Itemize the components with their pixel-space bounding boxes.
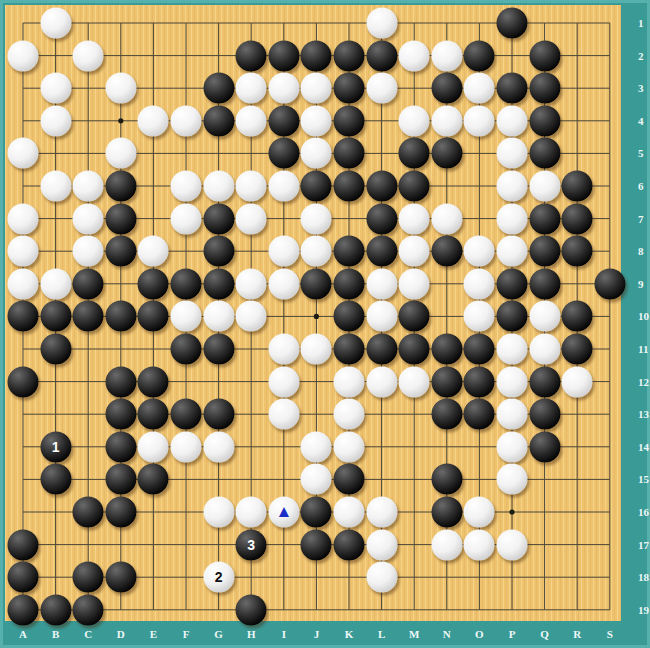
- black-stone-J6[interactable]: [301, 171, 332, 202]
- white-stone-C7[interactable]: [73, 203, 104, 234]
- black-stone-G3[interactable]: [203, 73, 234, 104]
- white-stone-M12[interactable]: [399, 366, 430, 397]
- black-stone-J9[interactable]: [301, 268, 332, 299]
- row-label-3: 3: [638, 82, 644, 94]
- white-stone-L9[interactable]: [366, 268, 397, 299]
- white-stone-I12[interactable]: [268, 366, 299, 397]
- column-label-H: H: [247, 628, 256, 640]
- black-stone-S9[interactable]: [594, 268, 625, 299]
- white-stone-A8[interactable]: [8, 236, 39, 267]
- column-label-O: O: [475, 628, 484, 640]
- black-stone-R8[interactable]: [562, 236, 593, 267]
- black-stone-L6[interactable]: [366, 171, 397, 202]
- white-stone-J7[interactable]: [301, 203, 332, 234]
- white-stone-J15[interactable]: [301, 464, 332, 495]
- white-stone-L1[interactable]: [366, 8, 397, 39]
- white-stone-M2[interactable]: [399, 40, 430, 71]
- white-stone-I9[interactable]: [268, 268, 299, 299]
- black-stone-I4[interactable]: [268, 105, 299, 136]
- black-stone-C9[interactable]: [73, 268, 104, 299]
- black-stone-D18[interactable]: [105, 562, 136, 593]
- column-label-C: C: [84, 628, 92, 640]
- white-stone-O8[interactable]: [464, 236, 495, 267]
- black-stone-O11[interactable]: [464, 334, 495, 365]
- column-label-J: J: [314, 628, 320, 640]
- black-stone-M11[interactable]: [399, 334, 430, 365]
- white-stone-P6[interactable]: [497, 171, 528, 202]
- black-stone-D7[interactable]: [105, 203, 136, 234]
- white-stone-C8[interactable]: [73, 236, 104, 267]
- white-stone-G10[interactable]: [203, 301, 234, 332]
- black-stone-A17[interactable]: [8, 529, 39, 560]
- white-stone-I16[interactable]: [268, 497, 299, 528]
- white-stone-A7[interactable]: [8, 203, 39, 234]
- column-label-D: D: [117, 628, 125, 640]
- black-stone-G8[interactable]: [203, 236, 234, 267]
- white-stone-F10[interactable]: [171, 301, 202, 332]
- white-stone-G14[interactable]: [203, 431, 234, 462]
- black-stone-O2[interactable]: [464, 40, 495, 71]
- black-stone-C10[interactable]: [73, 301, 104, 332]
- black-stone-R7[interactable]: [562, 203, 593, 234]
- white-stone-R12[interactable]: [562, 366, 593, 397]
- white-stone-H16[interactable]: [236, 497, 267, 528]
- white-stone-I13[interactable]: [268, 399, 299, 430]
- white-stone-K16[interactable]: [334, 497, 365, 528]
- white-stone-A5[interactable]: [8, 138, 39, 169]
- white-stone-J8[interactable]: [301, 236, 332, 267]
- black-stone-I5[interactable]: [268, 138, 299, 169]
- white-stone-E4[interactable]: [138, 105, 169, 136]
- white-stone-E8[interactable]: [138, 236, 169, 267]
- column-label-Q: Q: [540, 628, 549, 640]
- row-label-17: 17: [638, 539, 649, 551]
- white-stone-D5[interactable]: [105, 138, 136, 169]
- white-stone-M8[interactable]: [399, 236, 430, 267]
- black-stone-K4[interactable]: [334, 105, 365, 136]
- white-stone-B6[interactable]: [40, 171, 71, 202]
- white-stone-J5[interactable]: [301, 138, 332, 169]
- black-stone-A12[interactable]: [8, 366, 39, 397]
- black-stone-C18[interactable]: [73, 562, 104, 593]
- white-stone-P13[interactable]: [497, 399, 528, 430]
- white-stone-J11[interactable]: [301, 334, 332, 365]
- black-stone-A19[interactable]: [8, 594, 39, 625]
- black-stone-G4[interactable]: [203, 105, 234, 136]
- black-stone-E10[interactable]: [138, 301, 169, 332]
- black-stone-N5[interactable]: [431, 138, 462, 169]
- white-stone-O10[interactable]: [464, 301, 495, 332]
- white-stone-O16[interactable]: [464, 497, 495, 528]
- black-stone-H17[interactable]: [236, 529, 267, 560]
- white-stone-M4[interactable]: [399, 105, 430, 136]
- white-stone-K13[interactable]: [334, 399, 365, 430]
- go-game-window: 123▲ABCDEFGHIJKLMNOPQRS12345678910111213…: [0, 0, 650, 648]
- white-stone-Q11[interactable]: [529, 334, 560, 365]
- black-stone-D16[interactable]: [105, 497, 136, 528]
- black-stone-B11[interactable]: [40, 334, 71, 365]
- white-stone-H7[interactable]: [236, 203, 267, 234]
- row-label-1: 1: [638, 17, 644, 29]
- white-stone-O3[interactable]: [464, 73, 495, 104]
- black-stone-J16[interactable]: [301, 497, 332, 528]
- black-stone-K3[interactable]: [334, 73, 365, 104]
- black-stone-M5[interactable]: [399, 138, 430, 169]
- white-stone-B4[interactable]: [40, 105, 71, 136]
- column-label-L: L: [378, 628, 385, 640]
- black-stone-N15[interactable]: [431, 464, 462, 495]
- row-label-6: 6: [638, 180, 644, 192]
- black-stone-N3[interactable]: [431, 73, 462, 104]
- column-label-N: N: [443, 628, 451, 640]
- black-stone-N13[interactable]: [431, 399, 462, 430]
- row-label-11: 11: [638, 343, 648, 355]
- column-label-G: G: [214, 628, 223, 640]
- white-stone-P5[interactable]: [497, 138, 528, 169]
- black-stone-O13[interactable]: [464, 399, 495, 430]
- white-stone-N7[interactable]: [431, 203, 462, 234]
- black-stone-N8[interactable]: [431, 236, 462, 267]
- white-stone-D3[interactable]: [105, 73, 136, 104]
- column-label-P: P: [509, 628, 516, 640]
- white-stone-C2[interactable]: [73, 40, 104, 71]
- black-stone-G13[interactable]: [203, 399, 234, 430]
- white-stone-F14[interactable]: [171, 431, 202, 462]
- white-stone-B3[interactable]: [40, 73, 71, 104]
- row-label-8: 8: [638, 245, 644, 257]
- black-stone-L7[interactable]: [366, 203, 397, 234]
- black-stone-K5[interactable]: [334, 138, 365, 169]
- white-stone-G16[interactable]: [203, 497, 234, 528]
- white-stone-F6[interactable]: [171, 171, 202, 202]
- column-label-M: M: [409, 628, 419, 640]
- row-label-2: 2: [638, 50, 644, 62]
- row-label-13: 13: [638, 408, 649, 420]
- black-stone-K2[interactable]: [334, 40, 365, 71]
- black-stone-F13[interactable]: [171, 399, 202, 430]
- white-stone-H4[interactable]: [236, 105, 267, 136]
- black-stone-B19[interactable]: [40, 594, 71, 625]
- black-stone-D15[interactable]: [105, 464, 136, 495]
- white-stone-A2[interactable]: [8, 40, 39, 71]
- black-stone-E9[interactable]: [138, 268, 169, 299]
- black-stone-E15[interactable]: [138, 464, 169, 495]
- white-stone-P8[interactable]: [497, 236, 528, 267]
- white-stone-K12[interactable]: [334, 366, 365, 397]
- white-stone-O17[interactable]: [464, 529, 495, 560]
- row-label-15: 15: [638, 473, 649, 485]
- black-stone-G9[interactable]: [203, 268, 234, 299]
- white-stone-P15[interactable]: [497, 464, 528, 495]
- white-stone-P14[interactable]: [497, 431, 528, 462]
- white-stone-P12[interactable]: [497, 366, 528, 397]
- black-stone-G7[interactable]: [203, 203, 234, 234]
- black-stone-B15[interactable]: [40, 464, 71, 495]
- white-stone-B1[interactable]: [40, 8, 71, 39]
- black-stone-Q9[interactable]: [529, 268, 560, 299]
- black-stone-K10[interactable]: [334, 301, 365, 332]
- black-stone-A10[interactable]: [8, 301, 39, 332]
- black-stone-F9[interactable]: [171, 268, 202, 299]
- white-stone-H10[interactable]: [236, 301, 267, 332]
- white-stone-I6[interactable]: [268, 171, 299, 202]
- black-stone-L8[interactable]: [366, 236, 397, 267]
- white-stone-I11[interactable]: [268, 334, 299, 365]
- black-stone-A18[interactable]: [8, 562, 39, 593]
- black-stone-D8[interactable]: [105, 236, 136, 267]
- black-stone-D10[interactable]: [105, 301, 136, 332]
- black-stone-G11[interactable]: [203, 334, 234, 365]
- black-stone-R6[interactable]: [562, 171, 593, 202]
- white-stone-L16[interactable]: [366, 497, 397, 528]
- black-stone-H19[interactable]: [236, 594, 267, 625]
- black-stone-Q2[interactable]: [529, 40, 560, 71]
- white-stone-L12[interactable]: [366, 366, 397, 397]
- black-stone-K15[interactable]: [334, 464, 365, 495]
- black-stone-Q5[interactable]: [529, 138, 560, 169]
- column-label-F: F: [183, 628, 190, 640]
- black-stone-Q7[interactable]: [529, 203, 560, 234]
- row-label-9: 9: [638, 278, 644, 290]
- column-label-E: E: [150, 628, 157, 640]
- white-stone-L18[interactable]: [366, 562, 397, 593]
- row-label-14: 14: [638, 441, 649, 453]
- row-label-12: 12: [638, 376, 649, 388]
- black-stone-M6[interactable]: [399, 171, 430, 202]
- white-stone-P4[interactable]: [497, 105, 528, 136]
- white-stone-L3[interactable]: [366, 73, 397, 104]
- black-stone-N11[interactable]: [431, 334, 462, 365]
- black-stone-P10[interactable]: [497, 301, 528, 332]
- black-stone-Q13[interactable]: [529, 399, 560, 430]
- white-stone-J14[interactable]: [301, 431, 332, 462]
- white-stone-A9[interactable]: [8, 268, 39, 299]
- white-stone-O4[interactable]: [464, 105, 495, 136]
- row-label-4: 4: [638, 115, 644, 127]
- black-stone-J2[interactable]: [301, 40, 332, 71]
- black-stone-D13[interactable]: [105, 399, 136, 430]
- white-stone-J4[interactable]: [301, 105, 332, 136]
- black-stone-P3[interactable]: [497, 73, 528, 104]
- column-label-A: A: [19, 628, 27, 640]
- black-stone-I2[interactable]: [268, 40, 299, 71]
- row-label-18: 18: [638, 571, 649, 583]
- row-label-19: 19: [638, 604, 649, 616]
- white-stone-J3[interactable]: [301, 73, 332, 104]
- black-stone-K6[interactable]: [334, 171, 365, 202]
- black-stone-H2[interactable]: [236, 40, 267, 71]
- white-stone-G6[interactable]: [203, 171, 234, 202]
- white-stone-N4[interactable]: [431, 105, 462, 136]
- black-stone-M10[interactable]: [399, 301, 430, 332]
- white-stone-M9[interactable]: [399, 268, 430, 299]
- white-stone-E14[interactable]: [138, 431, 169, 462]
- black-stone-P9[interactable]: [497, 268, 528, 299]
- black-stone-D14[interactable]: [105, 431, 136, 462]
- white-stone-K14[interactable]: [334, 431, 365, 462]
- black-stone-B10[interactable]: [40, 301, 71, 332]
- white-stone-P11[interactable]: [497, 334, 528, 365]
- white-stone-L10[interactable]: [366, 301, 397, 332]
- black-stone-N12[interactable]: [431, 366, 462, 397]
- column-label-B: B: [52, 628, 59, 640]
- white-stone-C6[interactable]: [73, 171, 104, 202]
- row-label-10: 10: [638, 310, 649, 322]
- white-stone-H3[interactable]: [236, 73, 267, 104]
- white-stone-N17[interactable]: [431, 529, 462, 560]
- black-stone-R11[interactable]: [562, 334, 593, 365]
- white-stone-I3[interactable]: [268, 73, 299, 104]
- white-stone-P7[interactable]: [497, 203, 528, 234]
- black-stone-K11[interactable]: [334, 334, 365, 365]
- black-stone-K8[interactable]: [334, 236, 365, 267]
- white-stone-P17[interactable]: [497, 529, 528, 560]
- white-stone-Q10[interactable]: [529, 301, 560, 332]
- black-stone-F11[interactable]: [171, 334, 202, 365]
- column-label-R: R: [573, 628, 581, 640]
- black-stone-Q12[interactable]: [529, 366, 560, 397]
- black-stone-O12[interactable]: [464, 366, 495, 397]
- black-stone-Q14[interactable]: [529, 431, 560, 462]
- white-stone-H6[interactable]: [236, 171, 267, 202]
- black-stone-R10[interactable]: [562, 301, 593, 332]
- column-label-S: S: [607, 628, 613, 640]
- black-stone-C16[interactable]: [73, 497, 104, 528]
- black-stone-E13[interactable]: [138, 399, 169, 430]
- column-label-K: K: [345, 628, 354, 640]
- white-stone-N2[interactable]: [431, 40, 462, 71]
- black-stone-L11[interactable]: [366, 334, 397, 365]
- black-stone-K17[interactable]: [334, 529, 365, 560]
- white-stone-B9[interactable]: [40, 268, 71, 299]
- white-stone-Q6[interactable]: [529, 171, 560, 202]
- black-stone-Q8[interactable]: [529, 236, 560, 267]
- white-stone-M7[interactable]: [399, 203, 430, 234]
- black-stone-N16[interactable]: [431, 497, 462, 528]
- row-label-16: 16: [638, 506, 649, 518]
- black-stone-Q4[interactable]: [529, 105, 560, 136]
- black-stone-D6[interactable]: [105, 171, 136, 202]
- black-stone-L2[interactable]: [366, 40, 397, 71]
- row-label-7: 7: [638, 213, 644, 225]
- black-stone-E12[interactable]: [138, 366, 169, 397]
- black-stone-C19[interactable]: [73, 594, 104, 625]
- row-label-5: 5: [638, 147, 644, 159]
- black-stone-K9[interactable]: [334, 268, 365, 299]
- column-label-I: I: [282, 628, 286, 640]
- white-stone-F7[interactable]: [171, 203, 202, 234]
- white-stone-H9[interactable]: [236, 268, 267, 299]
- white-stone-L17[interactable]: [366, 529, 397, 560]
- black-stone-Q3[interactable]: [529, 73, 560, 104]
- black-stone-D12[interactable]: [105, 366, 136, 397]
- black-stone-B14[interactable]: [40, 431, 71, 462]
- black-stone-J17[interactable]: [301, 529, 332, 560]
- white-stone-O9[interactable]: [464, 268, 495, 299]
- white-stone-F4[interactable]: [171, 105, 202, 136]
- black-stone-P1[interactable]: [497, 8, 528, 39]
- white-stone-G18[interactable]: [203, 562, 234, 593]
- white-stone-I8[interactable]: [268, 236, 299, 267]
